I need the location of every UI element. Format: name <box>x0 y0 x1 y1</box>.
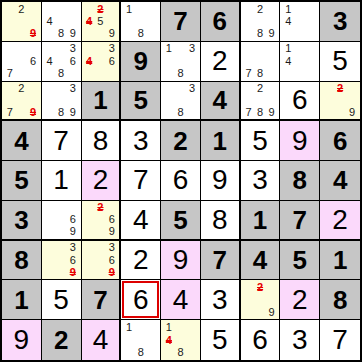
candidate-9: 9 <box>67 226 79 238</box>
entered-digit: 5 <box>252 127 268 155</box>
entered-digit: 4 <box>93 326 109 354</box>
cell-r2c4[interactable]: 9 <box>121 42 161 82</box>
candidate-7: 7 <box>4 106 16 118</box>
candidate-9: 9 <box>346 106 358 118</box>
given-digit: 1 <box>253 207 267 233</box>
given-digit: 8 <box>14 247 28 273</box>
candidate-8: 8 <box>254 28 266 40</box>
candidate-8: 8 <box>254 106 266 118</box>
entered-digit: 6 <box>133 286 149 314</box>
cell-r8c3[interactable]: 7 <box>82 280 122 320</box>
candidate-6: 6 <box>67 254 79 266</box>
cell-r1c6[interactable]: 6 <box>201 2 241 42</box>
given-digit: 7 <box>293 207 307 233</box>
cell-r6c8[interactable]: 7 <box>280 201 320 241</box>
cell-r8c9[interactable]: 8 <box>320 280 360 320</box>
cell-r9c9[interactable]: 7 <box>320 320 360 360</box>
crossed-candidate-9: 9 <box>106 266 117 278</box>
entered-digit: 5 <box>53 286 69 314</box>
entered-digit: 9 <box>173 246 189 274</box>
entered-digit: 5 <box>212 326 228 354</box>
candidate-grid: 148 <box>161 320 200 360</box>
cell-r9c1[interactable]: 9 <box>2 320 42 360</box>
cell-r4c5[interactable]: 2 <box>161 121 201 161</box>
cell-r1c4[interactable]: 18 <box>121 2 161 42</box>
candidate-1: 1 <box>282 43 294 55</box>
entered-digit: 4 <box>133 206 149 234</box>
given-digit: 6 <box>333 128 347 154</box>
crossed-candidate-4: 4 <box>84 55 95 67</box>
candidate-grid: 29 <box>2 2 41 41</box>
given-digit: 6 <box>213 8 227 34</box>
cell-r4c9[interactable]: 6 <box>320 121 360 161</box>
crossed-candidate-9: 9 <box>27 28 39 40</box>
candidate-7: 7 <box>243 67 255 79</box>
given-digit: 4 <box>333 167 347 193</box>
candidate-9: 9 <box>67 28 79 40</box>
given-digit: 2 <box>54 327 68 353</box>
cell-r2c6[interactable]: 2 <box>201 42 241 82</box>
cell-r7c9[interactable]: 1 <box>320 241 360 281</box>
entered-digit: 2 <box>133 246 149 274</box>
cell-r6c7[interactable]: 1 <box>241 201 281 241</box>
given-digit: 1 <box>213 128 227 154</box>
candidate-1: 1 <box>282 3 294 15</box>
cell-r5c9[interactable]: 4 <box>320 161 360 201</box>
candidate-grid: 78 <box>241 42 280 81</box>
candidate-6: 6 <box>106 214 117 226</box>
given-digit: 8 <box>333 287 347 313</box>
candidate-6: 6 <box>106 254 117 266</box>
entered-digit: 2 <box>292 286 308 314</box>
candidate-9: 9 <box>266 106 278 118</box>
crossed-candidate-2: 2 <box>95 3 106 15</box>
candidate-6: 6 <box>106 55 117 67</box>
candidate-grid: 67 <box>2 42 41 81</box>
candidate-8: 8 <box>175 346 187 359</box>
sudoku-board: 2948924591876289143673468346913827814527… <box>0 0 362 362</box>
crossed-candidate-2: 2 <box>95 202 106 214</box>
cell-r3c4[interactable]: 5 <box>121 82 161 122</box>
cell-r8c4[interactable]: 6 <box>121 280 161 320</box>
candidate-8: 8 <box>55 67 67 79</box>
candidate-grid: 2459 <box>82 2 120 41</box>
given-digit: 5 <box>14 167 28 193</box>
cell-r9c3[interactable]: 4 <box>82 320 122 360</box>
candidate-6: 6 <box>67 55 79 67</box>
cell-r4c1[interactable]: 4 <box>2 121 42 161</box>
given-digit: 8 <box>293 167 307 193</box>
candidate-7: 7 <box>243 106 255 118</box>
cell-r9c5[interactable]: 148 <box>161 320 201 360</box>
candidate-1: 1 <box>163 43 175 55</box>
entered-digit: 6 <box>252 326 268 354</box>
candidate-grid: 2789 <box>241 82 280 120</box>
given-digit: 4 <box>253 247 267 273</box>
cell-r4c8[interactable]: 9 <box>280 121 320 161</box>
cell-r5c4[interactable]: 7 <box>121 161 161 201</box>
entered-digit: 9 <box>292 127 308 155</box>
cell-r2c5[interactable]: 138 <box>161 42 201 82</box>
cell-r1c5[interactable]: 7 <box>161 2 201 42</box>
cell-r8c6[interactable]: 3 <box>201 280 241 320</box>
cell-r1c9[interactable]: 3 <box>320 2 360 42</box>
candidate-2: 2 <box>254 83 266 95</box>
candidate-grid: 289 <box>241 2 280 41</box>
candidate-3: 3 <box>67 43 79 55</box>
given-digit: 5 <box>133 87 147 113</box>
cell-r2c7[interactable]: 78 <box>241 42 281 82</box>
candidate-9: 9 <box>266 28 278 40</box>
cell-r9c6[interactable]: 5 <box>201 320 241 360</box>
cell-r3c7[interactable]: 2789 <box>241 82 281 122</box>
given-digit: 5 <box>173 207 187 233</box>
entered-digit: 6 <box>173 166 189 194</box>
cell-r6c3[interactable]: 269 <box>82 201 122 241</box>
cell-r5c7[interactable]: 3 <box>241 161 281 201</box>
entered-digit: 7 <box>53 127 69 155</box>
candidate-grid: 29 <box>320 82 360 120</box>
cell-r9c8[interactable]: 3 <box>280 320 320 360</box>
candidate-grid: 138 <box>161 42 200 81</box>
candidate-1: 1 <box>123 321 135 334</box>
crossed-candidate-9: 9 <box>67 266 79 278</box>
cell-r3c9[interactable]: 29 <box>320 82 360 122</box>
candidate-8: 8 <box>175 67 187 79</box>
entered-digit: 1 <box>53 166 69 194</box>
candidate-3: 3 <box>186 83 198 95</box>
candidate-grid: 14 <box>280 42 319 81</box>
candidate-2: 2 <box>254 3 266 15</box>
cell-r3c6[interactable]: 4 <box>201 82 241 122</box>
cell-r3c2[interactable]: 389 <box>42 82 82 122</box>
given-digit: 7 <box>213 247 227 273</box>
entered-digit: 9 <box>212 166 228 194</box>
crossed-candidate-2: 2 <box>254 281 266 293</box>
candidate-grid: 269 <box>82 201 120 239</box>
given-digit: 3 <box>333 8 347 34</box>
crossed-candidate-4: 4 <box>163 334 175 347</box>
entered-digit: 5 <box>332 47 348 75</box>
candidate-1: 1 <box>123 3 135 15</box>
candidate-6: 6 <box>27 55 39 67</box>
candidate-grid: 3468 <box>42 42 81 81</box>
candidate-grid: 369 <box>42 241 81 280</box>
cell-r5c2[interactable]: 1 <box>42 161 82 201</box>
given-digit: 2 <box>173 128 187 154</box>
cell-r6c6[interactable]: 8 <box>201 201 241 241</box>
candidate-9: 9 <box>106 226 117 238</box>
entered-digit: 3 <box>292 326 308 354</box>
cell-r5c8[interactable]: 8 <box>280 161 320 201</box>
entered-digit: 2 <box>212 47 228 75</box>
entered-digit: 3 <box>212 286 228 314</box>
candidate-6: 6 <box>67 214 79 226</box>
cell-r7c2[interactable]: 369 <box>42 241 82 281</box>
given-digit: 7 <box>93 287 107 313</box>
entered-digit: 2 <box>332 206 348 234</box>
candidate-8: 8 <box>254 67 266 79</box>
cell-r2c9[interactable]: 5 <box>320 42 360 82</box>
entered-digit: 4 <box>173 286 189 314</box>
candidate-4: 4 <box>44 55 56 67</box>
cell-r8c2[interactable]: 5 <box>42 280 82 320</box>
cell-r9c4[interactable]: 18 <box>121 320 161 360</box>
candidate-8: 8 <box>135 346 147 359</box>
cell-r7c1[interactable]: 8 <box>2 241 42 281</box>
given-digit: 3 <box>14 207 28 233</box>
given-digit: 4 <box>213 87 227 113</box>
candidate-8: 8 <box>175 106 187 118</box>
entered-digit: 8 <box>93 127 109 155</box>
cell-r5c3[interactable]: 2 <box>82 161 122 201</box>
given-digit: 4 <box>14 128 28 154</box>
entered-digit: 6 <box>292 86 308 114</box>
cell-r5c1[interactable]: 5 <box>2 161 42 201</box>
cell-r1c3[interactable]: 2459 <box>82 2 122 42</box>
candidate-4: 4 <box>282 15 294 27</box>
cell-r3c8[interactable]: 6 <box>280 82 320 122</box>
cell-r6c5[interactable]: 5 <box>161 201 201 241</box>
cell-r6c2[interactable]: 69 <box>42 201 82 241</box>
cell-r7c4[interactable]: 2 <box>121 241 161 281</box>
entered-digit: 9 <box>14 326 30 354</box>
cell-r9c2[interactable]: 2 <box>42 320 82 360</box>
candidate-grid: 369 <box>82 241 120 280</box>
given-digit: 9 <box>133 48 147 74</box>
entered-digit: 2 <box>93 166 109 194</box>
cell-r6c1[interactable]: 3 <box>2 201 42 241</box>
candidate-9: 9 <box>67 106 79 118</box>
candidate-grid: 489 <box>42 2 81 41</box>
candidate-8: 8 <box>55 28 67 40</box>
cell-r1c2[interactable]: 489 <box>42 2 82 42</box>
crossed-candidate-2: 2 <box>334 83 346 95</box>
cell-r6c4[interactable]: 4 <box>121 201 161 241</box>
cell-r1c7[interactable]: 289 <box>241 2 281 42</box>
candidate-8: 8 <box>55 106 67 118</box>
cell-r8c5[interactable]: 4 <box>161 280 201 320</box>
candidate-2: 2 <box>16 3 28 15</box>
cell-r6c9[interactable]: 2 <box>320 201 360 241</box>
candidate-8: 8 <box>135 28 147 40</box>
candidate-9: 9 <box>106 28 117 40</box>
entered-digit: 3 <box>252 166 268 194</box>
candidate-5: 5 <box>95 15 106 27</box>
cell-r4c2[interactable]: 7 <box>42 121 82 161</box>
candidate-grid: 29 <box>241 280 280 319</box>
candidate-grid: 69 <box>42 201 81 239</box>
cell-r2c1[interactable]: 67 <box>2 42 42 82</box>
candidate-2: 2 <box>16 83 28 95</box>
candidate-grid: 38 <box>161 82 200 120</box>
cell-r9c7[interactable]: 6 <box>241 320 281 360</box>
cell-r7c7[interactable]: 4 <box>241 241 281 281</box>
given-digit: 7 <box>173 8 187 34</box>
crossed-candidate-4: 4 <box>84 15 95 27</box>
crossed-candidate-9: 9 <box>27 106 39 118</box>
cell-r4c3[interactable]: 8 <box>82 121 122 161</box>
cell-r3c1[interactable]: 279 <box>2 82 42 122</box>
candidate-1: 1 <box>163 321 175 334</box>
candidate-4: 4 <box>44 15 56 27</box>
entered-digit: 7 <box>133 166 149 194</box>
cell-r2c8[interactable]: 14 <box>280 42 320 82</box>
candidate-3: 3 <box>106 242 117 254</box>
candidate-grid: 18 <box>121 2 160 41</box>
cell-r4c4[interactable]: 3 <box>121 121 161 161</box>
candidate-3: 3 <box>67 242 79 254</box>
given-digit: 5 <box>293 247 307 273</box>
cell-r4c7[interactable]: 5 <box>241 121 281 161</box>
cell-r2c3[interactable]: 346 <box>82 42 122 82</box>
cell-r4c6[interactable]: 1 <box>201 121 241 161</box>
given-digit: 1 <box>14 287 28 313</box>
cell-r2c2[interactable]: 3468 <box>42 42 82 82</box>
candidate-grid: 279 <box>2 82 41 120</box>
entered-digit: 8 <box>212 206 228 234</box>
cell-r7c6[interactable]: 7 <box>201 241 241 281</box>
cell-r8c1[interactable]: 1 <box>2 280 42 320</box>
given-digit: 1 <box>93 87 107 113</box>
cell-r7c8[interactable]: 5 <box>280 241 320 281</box>
candidate-4: 4 <box>282 55 294 67</box>
candidate-3: 3 <box>67 83 79 95</box>
candidate-grid: 14 <box>280 2 319 41</box>
cell-r5c6[interactable]: 9 <box>201 161 241 201</box>
cell-r7c5[interactable]: 9 <box>161 241 201 281</box>
cell-r1c8[interactable]: 14 <box>280 2 320 42</box>
entered-digit: 3 <box>133 127 149 155</box>
cell-r8c7[interactable]: 29 <box>241 280 281 320</box>
candidate-3: 3 <box>106 43 117 55</box>
candidate-grid: 389 <box>42 82 81 120</box>
cell-r3c5[interactable]: 38 <box>161 82 201 122</box>
cell-r7c3[interactable]: 369 <box>82 241 122 281</box>
cell-r5c5[interactable]: 6 <box>161 161 201 201</box>
cell-r3c3[interactable]: 1 <box>82 82 122 122</box>
cell-r8c8[interactable]: 2 <box>280 280 320 320</box>
candidate-3: 3 <box>186 43 198 55</box>
entered-digit: 7 <box>332 326 348 354</box>
cell-r1c1[interactable]: 29 <box>2 2 42 42</box>
given-digit: 1 <box>333 247 347 273</box>
candidate-grid: 346 <box>82 42 120 81</box>
candidate-grid: 18 <box>121 320 160 360</box>
candidate-7: 7 <box>4 67 16 79</box>
candidate-9: 9 <box>266 306 278 318</box>
